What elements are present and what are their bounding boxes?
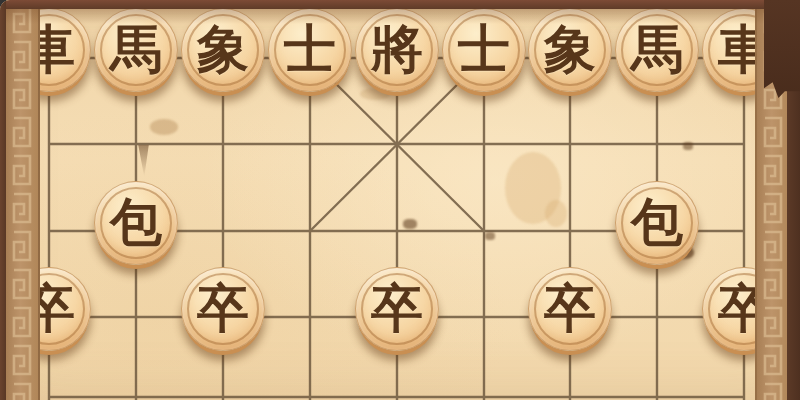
piece-glyph: 卒 — [544, 282, 596, 337]
piece-glyph: 士 — [284, 23, 336, 78]
piece-glyph: 象 — [544, 23, 596, 78]
piece-glyph: 卒 — [371, 282, 423, 337]
top-right-frame-corner — [764, 0, 800, 98]
piece-glyph: 士 — [458, 23, 510, 78]
piece-glyph: 卒 — [197, 282, 249, 337]
piece-glyph: 馬 — [110, 23, 162, 78]
piece-glyph: 馬 — [631, 23, 683, 78]
piece-glyph: 象 — [197, 23, 249, 78]
left-frame-edge — [0, 0, 6, 400]
piece-black-soldier[interactable]: 卒 — [528, 267, 612, 351]
piece-black-cannon[interactable]: 包 — [94, 181, 178, 265]
piece-glyph: 包 — [631, 196, 683, 251]
piece-black-soldier[interactable]: 卒 — [355, 267, 439, 351]
piece-glyph: 包 — [110, 196, 162, 251]
top-frame-edge — [0, 0, 800, 9]
piece-black-soldier[interactable]: 卒 — [181, 267, 265, 351]
piece-black-cannon[interactable]: 包 — [615, 181, 699, 265]
left-frame-ornament — [6, 0, 40, 400]
top-frame-shadow — [0, 9, 800, 24]
xiangqi-board: 車馬象士將士象馬車包包卒卒卒卒卒 — [0, 0, 800, 400]
piece-glyph: 將 — [371, 23, 423, 78]
